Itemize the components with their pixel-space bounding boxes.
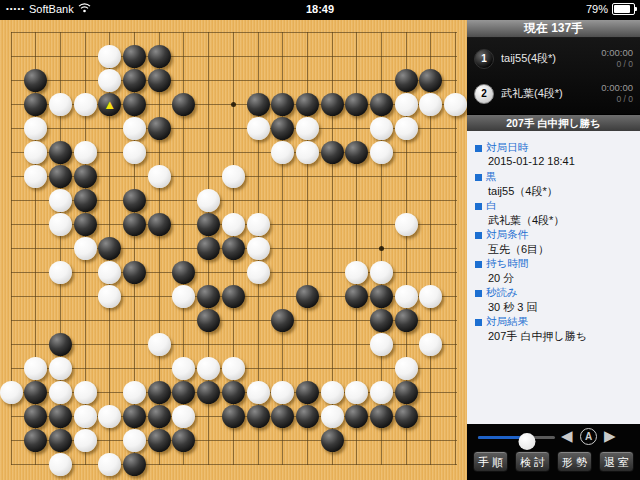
black-stone [222, 405, 245, 428]
info-value: 30 秒 3 回 [475, 300, 632, 314]
black-stone-icon: 1 [474, 49, 494, 69]
battery-percent: 79% [586, 3, 608, 15]
white-stone [0, 381, 23, 404]
white-stone [296, 141, 319, 164]
status-bar: ••••• SoftBank 18:49 79% [0, 0, 640, 20]
black-stone [395, 69, 418, 92]
white-stone [98, 69, 121, 92]
player-list: 1 taij55(4段*) 0:00:00 0 / 0 2 武礼葉(4段*) 0… [467, 38, 640, 114]
info-row: 秒読み 30 秒 3 回 [475, 286, 632, 314]
game-info-panel: 対局日時 2015-01-12 18:41 黒 taij55（4段*） 白 武礼… [467, 131, 640, 424]
review-button[interactable]: 検討 [515, 451, 550, 472]
white-stone [148, 165, 171, 188]
bullet-icon [475, 145, 482, 152]
black-stone [345, 93, 368, 116]
white-stone [247, 237, 270, 260]
info-row: 対局日時 2015-01-12 18:41 [475, 141, 632, 169]
go-board[interactable]: ▲ [0, 20, 467, 480]
black-stone [49, 333, 72, 356]
black-stone [74, 189, 97, 212]
moves-button[interactable]: 手順 [473, 451, 508, 472]
white-stone [247, 213, 270, 236]
white-stone [395, 117, 418, 140]
black-stone [419, 69, 442, 92]
white-stone [24, 357, 47, 380]
black-stone [247, 93, 270, 116]
player-row-white[interactable]: 2 武礼葉(4段*) 0:00:00 0 / 0 [467, 76, 640, 111]
black-stone: ▲ [98, 93, 121, 116]
white-stone [74, 141, 97, 164]
white-stone [49, 93, 72, 116]
move-slider-knob[interactable] [519, 433, 536, 450]
move-slider[interactable] [478, 436, 555, 439]
black-stone [395, 309, 418, 332]
bullet-icon [475, 290, 482, 297]
white-player-name: 武礼葉(4段*) [501, 86, 594, 101]
grid-line [11, 56, 457, 57]
black-stone [123, 189, 146, 212]
white-stone [74, 93, 97, 116]
info-label: 白 [486, 199, 497, 213]
black-stone [123, 213, 146, 236]
white-stone [148, 333, 171, 356]
white-stone [419, 285, 442, 308]
info-value: taij55（4段*） [475, 184, 632, 198]
black-stone [123, 69, 146, 92]
black-stone [49, 165, 72, 188]
white-stone [98, 261, 121, 284]
game-result-bar: 207手 白中押し勝ち [467, 114, 640, 131]
white-stone [49, 213, 72, 236]
black-stone [197, 381, 220, 404]
white-stone [74, 405, 97, 428]
black-stone [222, 381, 245, 404]
bullet-icon [475, 174, 482, 181]
black-stone [49, 405, 72, 428]
info-row: 持ち時間 20 分 [475, 257, 632, 285]
info-value: 2015-01-12 18:41 [475, 155, 632, 169]
bullet-icon [475, 261, 482, 268]
black-stone [24, 429, 47, 452]
white-stone [123, 117, 146, 140]
black-stone [296, 405, 319, 428]
white-stone [49, 381, 72, 404]
black-stone [24, 405, 47, 428]
white-stone [271, 141, 294, 164]
white-stone-icon: 2 [474, 84, 494, 104]
grid-line [11, 464, 457, 465]
white-stone [172, 405, 195, 428]
black-stone [247, 405, 270, 428]
black-stone [24, 381, 47, 404]
black-stone [98, 237, 121, 260]
white-stone [197, 357, 220, 380]
black-stone [123, 261, 146, 284]
black-stone [345, 405, 368, 428]
black-stone [370, 93, 393, 116]
black-stone [271, 405, 294, 428]
grid-line [11, 80, 457, 81]
black-stone [172, 261, 195, 284]
black-stone [395, 405, 418, 428]
black-stone [172, 429, 195, 452]
black-stone [321, 141, 344, 164]
black-stone [321, 93, 344, 116]
info-value: 207手 白中押し勝ち [475, 329, 632, 343]
white-stone [395, 93, 418, 116]
clock: 18:49 [0, 3, 640, 15]
info-value: 武礼葉（4段*） [475, 213, 632, 227]
grid-line [11, 32, 457, 33]
black-stone [271, 309, 294, 332]
black-stone [24, 93, 47, 116]
black-stone [197, 309, 220, 332]
white-stone [370, 117, 393, 140]
black-stone [24, 69, 47, 92]
white-stone [395, 213, 418, 236]
white-stone [98, 405, 121, 428]
black-stone [370, 309, 393, 332]
bullet-icon [475, 232, 482, 239]
white-stone [24, 165, 47, 188]
white-stone [172, 357, 195, 380]
current-move-header: 現在 137手 [467, 20, 640, 38]
battery-icon [612, 3, 635, 15]
white-stone [345, 261, 368, 284]
black-stone [172, 381, 195, 404]
star-point [379, 246, 384, 251]
white-stone [395, 285, 418, 308]
black-stone [148, 213, 171, 236]
black-stone [172, 93, 195, 116]
info-row: 対局条件 互先（6目） [475, 228, 632, 256]
black-stone [123, 453, 146, 476]
black-stone [148, 405, 171, 428]
star-point [231, 102, 236, 107]
info-label: 対局条件 [486, 228, 528, 242]
info-label: 対局日時 [486, 141, 528, 155]
white-stone [98, 285, 121, 308]
white-stone [222, 165, 245, 188]
info-label: 秒読み [486, 286, 518, 300]
white-stone [247, 261, 270, 284]
leave-room-button[interactable]: 退室 [599, 451, 634, 472]
next-move-button[interactable]: ▶ [604, 426, 616, 446]
info-label: 対局結果 [486, 315, 528, 329]
black-stone [148, 117, 171, 140]
prev-move-button[interactable]: ◀ [561, 426, 573, 446]
white-stone [222, 357, 245, 380]
last-move-marker: ▲ [98, 93, 121, 116]
black-stone [321, 429, 344, 452]
playback-controls: ◀ A ▶ 手順 検討 形勢 退室 [467, 424, 640, 480]
app-screen: ••••• SoftBank 18:49 79% ▲ 現在 137手 1 tai… [0, 0, 640, 480]
black-player-time: 0:00:00 [601, 47, 633, 59]
black-stone [296, 381, 319, 404]
white-stone [123, 429, 146, 452]
white-stone [419, 93, 442, 116]
black-stone [296, 93, 319, 116]
player-row-black[interactable]: 1 taij55(4段*) 0:00:00 0 / 0 [467, 41, 640, 76]
black-stone [345, 285, 368, 308]
black-stone [222, 237, 245, 260]
white-player-time: 0:00:00 [601, 82, 633, 94]
white-stone [74, 429, 97, 452]
white-stone [98, 45, 121, 68]
white-stone [444, 93, 467, 116]
white-stone [419, 333, 442, 356]
black-stone [148, 429, 171, 452]
info-value: 20 分 [475, 271, 632, 285]
black-stone [345, 141, 368, 164]
white-stone [24, 117, 47, 140]
white-stone [49, 189, 72, 212]
bullet-icon [475, 319, 482, 326]
black-stone [197, 237, 220, 260]
white-stone [74, 381, 97, 404]
black-stone [271, 117, 294, 140]
black-stone [148, 45, 171, 68]
info-label: 黒 [486, 170, 497, 184]
white-stone [49, 453, 72, 476]
black-stone [49, 141, 72, 164]
white-stone [321, 405, 344, 428]
black-stone [197, 285, 220, 308]
white-stone [321, 381, 344, 404]
info-row: 黒 taij55（4段*） [475, 170, 632, 198]
white-stone [370, 261, 393, 284]
info-value: 互先（6目） [475, 242, 632, 256]
black-stone [123, 45, 146, 68]
game-sidebar: 現在 137手 1 taij55(4段*) 0:00:00 0 / 0 2 武礼… [467, 20, 640, 480]
black-stone [123, 405, 146, 428]
white-stone [123, 141, 146, 164]
white-stone [222, 213, 245, 236]
black-player-periods: 0 / 0 [601, 59, 633, 70]
white-stone [370, 333, 393, 356]
black-stone [148, 69, 171, 92]
black-stone [74, 165, 97, 188]
white-stone [98, 453, 121, 476]
black-player-name: taij55(4段*) [501, 51, 594, 66]
black-stone [49, 429, 72, 452]
black-stone [271, 93, 294, 116]
white-stone [247, 117, 270, 140]
white-stone [49, 261, 72, 284]
black-stone [148, 381, 171, 404]
white-stone [247, 381, 270, 404]
score-estimate-button[interactable]: 形勢 [557, 451, 592, 472]
white-stone [197, 189, 220, 212]
info-row: 白 武礼葉（4段*） [475, 199, 632, 227]
white-stone [49, 357, 72, 380]
black-stone [395, 381, 418, 404]
black-stone [197, 213, 220, 236]
white-stone [370, 141, 393, 164]
black-stone [222, 285, 245, 308]
white-stone [345, 381, 368, 404]
white-stone [271, 381, 294, 404]
info-label: 持ち時間 [486, 257, 528, 271]
white-stone [74, 237, 97, 260]
white-stone [395, 357, 418, 380]
auto-play-button[interactable]: A [580, 428, 597, 445]
white-stone [123, 381, 146, 404]
info-row: 対局結果 207手 白中押し勝ち [475, 315, 632, 343]
black-stone [370, 285, 393, 308]
black-stone [296, 285, 319, 308]
white-stone [24, 141, 47, 164]
black-stone [74, 213, 97, 236]
white-stone [370, 381, 393, 404]
black-stone [123, 93, 146, 116]
white-stone [296, 117, 319, 140]
bullet-icon [475, 203, 482, 210]
white-stone [172, 285, 195, 308]
black-stone [370, 405, 393, 428]
white-player-periods: 0 / 0 [601, 94, 633, 105]
